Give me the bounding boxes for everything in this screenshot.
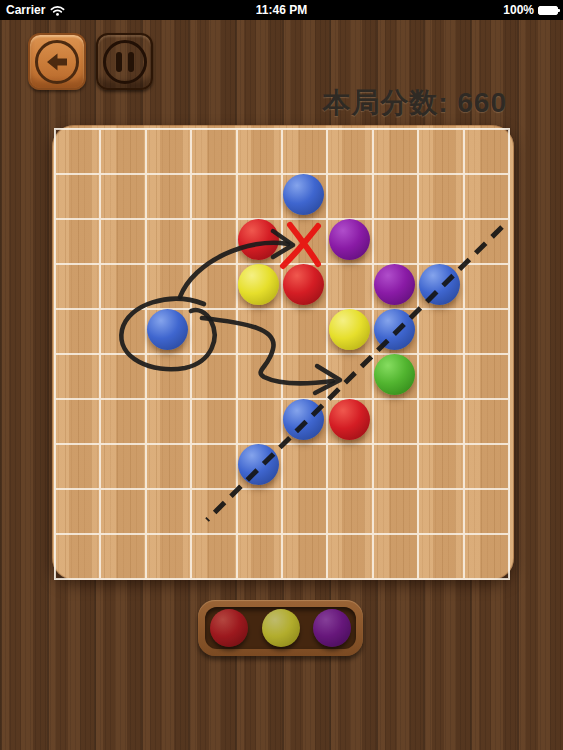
board-cell[interactable]	[55, 219, 100, 264]
ball-yellow[interactable]	[238, 264, 279, 305]
board-cell[interactable]	[55, 264, 100, 309]
board-cell[interactable]	[327, 444, 372, 489]
board-cell[interactable]	[418, 129, 463, 174]
board-cell[interactable]	[464, 399, 509, 444]
board-cell[interactable]	[100, 489, 145, 534]
board-cell[interactable]	[100, 534, 145, 579]
clock: 11:46 PM	[0, 3, 563, 17]
board-cell[interactable]	[237, 309, 282, 354]
board-cell[interactable]	[237, 129, 282, 174]
board-cell[interactable]	[418, 399, 463, 444]
ball-green[interactable]	[374, 354, 415, 395]
ball-blue[interactable]	[419, 264, 460, 305]
board-cell[interactable]	[464, 219, 509, 264]
board-cell[interactable]	[191, 399, 236, 444]
pause-button[interactable]	[96, 33, 153, 90]
board-cell[interactable]	[418, 534, 463, 579]
board-cell[interactable]	[282, 489, 327, 534]
board-cell[interactable]	[146, 354, 191, 399]
board-cell[interactable]	[327, 489, 372, 534]
board-cell[interactable]	[464, 444, 509, 489]
board-cell[interactable]	[282, 444, 327, 489]
board-cell[interactable]	[191, 354, 236, 399]
board-cell[interactable]	[464, 309, 509, 354]
board-cell[interactable]	[327, 174, 372, 219]
board-cell[interactable]	[282, 219, 327, 264]
board-cell[interactable]	[100, 309, 145, 354]
pause-icon	[103, 40, 147, 84]
game-board	[52, 125, 514, 580]
board-cell[interactable]	[100, 444, 145, 489]
board-cell[interactable]	[100, 129, 145, 174]
back-icon	[35, 40, 79, 84]
ball-blue[interactable]	[283, 174, 324, 215]
board-cell[interactable]	[146, 489, 191, 534]
board-cell[interactable]	[418, 309, 463, 354]
board-cell[interactable]	[237, 354, 282, 399]
board-cell[interactable]	[373, 444, 418, 489]
board-cell[interactable]	[464, 129, 509, 174]
next-ball-yellow	[262, 609, 300, 647]
board-cell[interactable]	[418, 354, 463, 399]
board-cell[interactable]	[237, 399, 282, 444]
board-cell[interactable]	[464, 534, 509, 579]
board-cell[interactable]	[146, 534, 191, 579]
board-cell[interactable]	[191, 129, 236, 174]
board-cell[interactable]	[464, 264, 509, 309]
board-cell[interactable]	[191, 174, 236, 219]
board-cell[interactable]	[146, 399, 191, 444]
ball-red[interactable]	[238, 219, 279, 260]
board-cell[interactable]	[327, 264, 372, 309]
board-cell[interactable]	[55, 489, 100, 534]
board-cell[interactable]	[237, 534, 282, 579]
board-cell[interactable]	[55, 174, 100, 219]
board-cell[interactable]	[100, 399, 145, 444]
board-cell[interactable]	[55, 534, 100, 579]
board-cell[interactable]	[191, 309, 236, 354]
board-cell[interactable]	[237, 489, 282, 534]
battery-icon	[538, 6, 558, 15]
board-cell[interactable]	[327, 354, 372, 399]
board-cell[interactable]	[373, 489, 418, 534]
board-cell[interactable]	[146, 444, 191, 489]
board-cell[interactable]	[146, 264, 191, 309]
next-balls-tray	[198, 600, 363, 656]
board-cell[interactable]	[191, 444, 236, 489]
board-cell[interactable]	[373, 399, 418, 444]
board-cell[interactable]	[373, 129, 418, 174]
board-cell[interactable]	[146, 174, 191, 219]
ball-yellow[interactable]	[329, 309, 370, 350]
board-grid	[54, 128, 510, 580]
board-cell[interactable]	[464, 489, 509, 534]
board-cell[interactable]	[100, 354, 145, 399]
ball-red[interactable]	[283, 264, 324, 305]
score-label: 本局分数: 660	[322, 84, 507, 122]
battery-percent: 100%	[503, 3, 534, 17]
board-cell[interactable]	[100, 174, 145, 219]
board-cell[interactable]	[464, 174, 509, 219]
board-cell[interactable]	[418, 219, 463, 264]
board-cell[interactable]	[373, 219, 418, 264]
board-cell[interactable]	[100, 264, 145, 309]
ball-blue[interactable]	[238, 444, 279, 485]
board-cell[interactable]	[327, 534, 372, 579]
board-cell[interactable]	[191, 489, 236, 534]
board-cell[interactable]	[100, 219, 145, 264]
board-cell[interactable]	[55, 129, 100, 174]
board-cell[interactable]	[55, 444, 100, 489]
ball-purple[interactable]	[329, 219, 370, 260]
board-cell[interactable]	[327, 129, 372, 174]
board-cell[interactable]	[55, 399, 100, 444]
board-cell[interactable]	[55, 354, 100, 399]
board-cell[interactable]	[373, 174, 418, 219]
board-cell[interactable]	[418, 489, 463, 534]
ball-purple[interactable]	[374, 264, 415, 305]
board-cell[interactable]	[282, 534, 327, 579]
board-cell[interactable]	[282, 309, 327, 354]
board-cell[interactable]	[282, 354, 327, 399]
board-cell[interactable]	[373, 534, 418, 579]
board-cell[interactable]	[237, 174, 282, 219]
board-cell[interactable]	[418, 174, 463, 219]
board-cell[interactable]	[191, 219, 236, 264]
back-button[interactable]	[28, 33, 86, 90]
next-ball-purple	[313, 609, 351, 647]
tray-balls	[205, 607, 356, 649]
board-cell[interactable]	[418, 444, 463, 489]
board-cell[interactable]	[146, 129, 191, 174]
status-bar: Carrier 11:46 PM 100%	[0, 0, 563, 20]
ball-blue[interactable]	[147, 309, 188, 350]
next-ball-red	[210, 609, 248, 647]
board-cell[interactable]	[464, 354, 509, 399]
board-cell[interactable]	[282, 129, 327, 174]
ball-blue[interactable]	[283, 399, 324, 440]
board-cell[interactable]	[191, 534, 236, 579]
board-cell[interactable]	[191, 264, 236, 309]
ball-red[interactable]	[329, 399, 370, 440]
board-cell[interactable]	[55, 309, 100, 354]
board-cell[interactable]	[146, 219, 191, 264]
ball-blue[interactable]	[374, 309, 415, 350]
